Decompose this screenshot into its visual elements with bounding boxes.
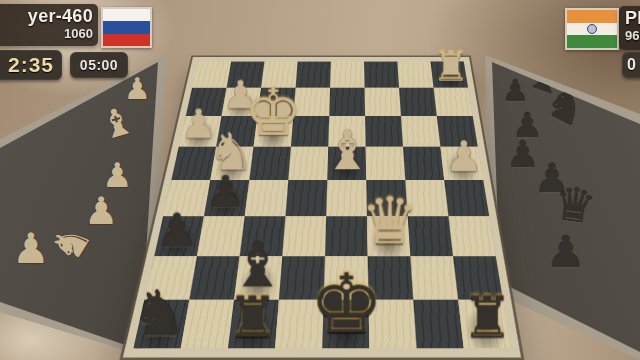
square-e6[interactable] <box>282 216 326 256</box>
square-a4[interactable]: ♟ <box>440 147 483 180</box>
square-d1[interactable] <box>330 62 364 88</box>
black-rook[interactable]: ♜ <box>461 290 512 344</box>
square-b2[interactable] <box>399 88 437 116</box>
square-a8[interactable]: ♜ <box>458 300 511 348</box>
square-h8[interactable]: ♞ <box>134 300 190 348</box>
square-e5[interactable] <box>285 180 327 216</box>
game-screen: ♟♝♟♟♟♞ ♟♝♞♟♟♟♛♟ ♜♟♟♚♞♝♟♟♟♛♝♞♜♚♜ yer-460 … <box>0 0 640 360</box>
square-f3[interactable]: ♚ <box>254 116 294 147</box>
square-g8[interactable] <box>181 300 234 348</box>
left-player-rating: 1060 <box>0 26 93 42</box>
black-rook[interactable]: ♜ <box>226 290 277 344</box>
square-h6[interactable]: ♟ <box>154 216 204 256</box>
right-player-name: Pla <box>625 8 640 28</box>
board-scene: ♜♟♟♚♞♝♟♟♟♛♝♞♜♚♜ <box>116 57 548 357</box>
square-f5[interactable] <box>245 180 289 216</box>
square-d2[interactable] <box>329 88 365 116</box>
flag-russia <box>101 7 152 48</box>
square-b7[interactable] <box>410 256 458 300</box>
captured-black-queen: ♛ <box>551 179 598 230</box>
square-a6[interactable] <box>448 216 495 256</box>
square-f8[interactable]: ♜ <box>228 300 279 348</box>
black-pawn[interactable]: ♟ <box>156 208 198 252</box>
black-pawn[interactable]: ♟ <box>205 171 245 213</box>
left-player-panel: yer-460 1060 <box>0 4 98 46</box>
flag-india <box>565 8 619 50</box>
square-a2[interactable] <box>434 88 473 116</box>
square-c1[interactable] <box>364 62 399 88</box>
right-clock: 0 <box>622 52 640 78</box>
right-player-rating: 960 <box>625 28 640 44</box>
white-queen[interactable]: ♛ <box>360 191 418 252</box>
square-b3[interactable] <box>401 116 440 147</box>
square-a1[interactable]: ♜ <box>431 62 469 88</box>
right-player-panel: Pla 960 <box>619 6 640 50</box>
square-a5[interactable] <box>444 180 489 216</box>
square-c6[interactable]: ♛ <box>367 216 410 256</box>
white-rook[interactable]: ♜ <box>432 46 469 86</box>
white-pawn[interactable]: ♟ <box>444 137 482 177</box>
square-d4[interactable]: ♝ <box>327 147 366 180</box>
square-b4[interactable] <box>403 147 444 180</box>
square-d8[interactable]: ♚ <box>322 300 369 348</box>
left-clock-main: 2:35 <box>0 50 62 80</box>
captured-black-pawn: ♟ <box>546 230 585 274</box>
square-g5[interactable]: ♟ <box>204 180 249 216</box>
black-knight[interactable]: ♞ <box>130 284 186 343</box>
white-bishop[interactable]: ♝ <box>323 125 372 176</box>
square-f4[interactable] <box>249 147 291 180</box>
square-b1[interactable] <box>397 62 433 88</box>
square-b8[interactable] <box>413 300 463 348</box>
black-king[interactable]: ♚ <box>309 265 383 343</box>
chess-board: ♜♟♟♚♞♝♟♟♟♛♝♞♜♚♜ <box>123 57 521 358</box>
captured-white-pawn: ♟ <box>84 192 118 230</box>
left-player-name: yer-460 <box>0 6 93 26</box>
square-c2[interactable] <box>365 88 401 116</box>
